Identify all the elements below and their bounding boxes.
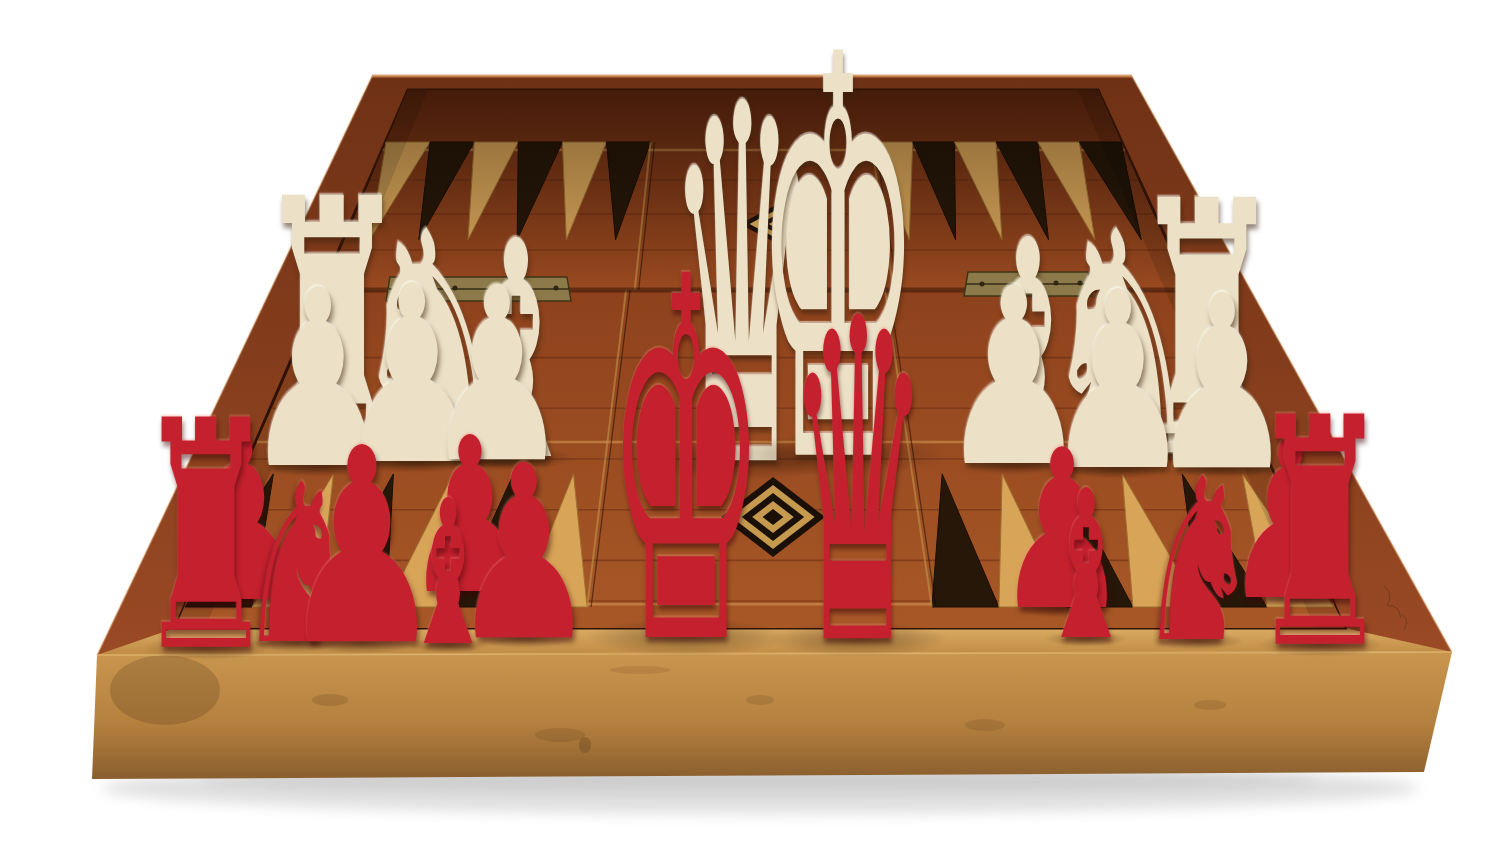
white-rook-right-shadow (1134, 439, 1281, 467)
red-rook-right-shadow (1254, 632, 1386, 657)
white-pawn-left-1: ♟ (243, 258, 392, 503)
red-pawn-right-1: ♟ (995, 421, 1129, 641)
white-pawn-left-3: ♟ (424, 256, 570, 496)
white-pawn-left-3-shadow (447, 451, 548, 470)
white-pawn-right-2: ♟ (1043, 260, 1192, 505)
white-pawn-right-1: ♟ (939, 256, 1088, 501)
white-queen-shadow (638, 441, 846, 481)
red-pawn-left-4-shadow (474, 629, 575, 648)
red-knight-right: ♞ (1137, 449, 1258, 674)
red-pawn-left-1: ♟ (170, 405, 310, 635)
white-queen: ♛ (667, 42, 818, 537)
red-pawn-left-1-shadow (192, 592, 289, 610)
red-pawn-right-2: ♟ (1223, 411, 1357, 631)
white-pawn-right-3: ♟ (1149, 264, 1295, 504)
red-king-shadow (581, 617, 791, 657)
white-pawn-right-3-shadow (1172, 459, 1273, 478)
red-pawn-right-1-shadow (1016, 600, 1108, 618)
red-pawn-left-3: ♟ (404, 409, 535, 624)
red-bishop-left-shadow (406, 637, 490, 653)
red-pawn-right-2-shadow (1244, 590, 1336, 608)
white-bishop-right-shadow (966, 441, 1090, 465)
games-box-photo: ♜♞♝♟♟♟♛♚♝♞♜♟♟♟♟♜♞♟♟♝♟♚♛♟♝♞♟♜ (0, 0, 1500, 848)
white-pawn-left-2: ♟ (337, 254, 486, 499)
red-bishop-right: ♝ (1038, 464, 1134, 669)
red-bishop-left: ♝ (401, 474, 494, 674)
red-pawn-left-2: ♟ (280, 413, 445, 683)
red-pawn-left-2-shadow (305, 632, 418, 654)
white-knight-left: ♞ (349, 192, 516, 502)
red-rook-left-shadow (140, 635, 272, 660)
red-pawn-left-3-shadow (425, 584, 515, 601)
white-bishop-left-shadow (453, 446, 579, 470)
white-knight-right: ♞ (1039, 192, 1206, 502)
white-pawn-right-2-shadow (1067, 459, 1170, 479)
red-king: ♚ (605, 214, 766, 714)
white-bishop-left: ♝ (449, 203, 583, 503)
white-king-shadow (721, 433, 954, 477)
white-knight-right-shadow (1057, 443, 1187, 468)
white-rook-left-shadow (257, 441, 406, 469)
red-pawn-left-4: ♟ (451, 434, 597, 674)
red-rook-left: ♜ (135, 380, 276, 695)
red-bishop-right-shadow (1043, 631, 1129, 647)
white-rook-left: ♜ (252, 154, 411, 509)
red-knight-right-shadow (1151, 632, 1246, 650)
red-knight-left: ♞ (238, 455, 356, 675)
white-pawn-left-2-shadow (361, 453, 464, 473)
red-knight-left-shadow (251, 634, 343, 652)
white-bishop-right: ♝ (962, 202, 1094, 497)
white-rook-right: ♜ (1129, 156, 1286, 506)
red-rook-right: ♜ (1249, 377, 1390, 692)
red-queen-shadow (765, 621, 952, 657)
chess-pieces-layer: ♜♞♝♟♟♟♛♚♝♞♜♟♟♟♟♜♞♟♟♝♟♚♛♟♝♞♟♜ (0, 0, 1500, 848)
white-pawn-right-1-shadow (963, 455, 1066, 475)
white-knight-left-shadow (367, 443, 497, 468)
white-pawn-left-1-shadow (267, 457, 370, 477)
red-queen: ♛ (786, 262, 930, 707)
white-king: ♚ (753, 0, 922, 541)
